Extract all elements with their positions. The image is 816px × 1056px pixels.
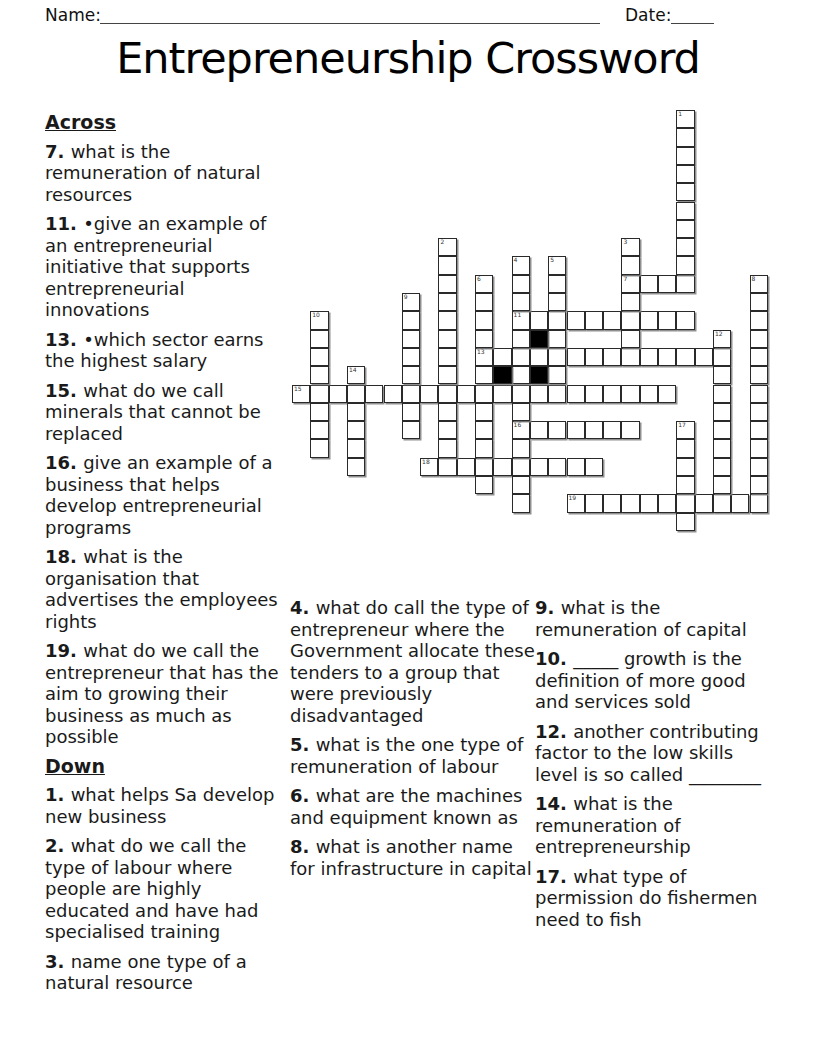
grid-cell[interactable] [457,458,475,476]
clue-text: what are the machines and equipment know… [290,785,522,828]
grid-cell[interactable] [347,458,365,476]
grid-cell[interactable] [621,256,639,274]
grid-cell[interactable] [750,330,768,348]
grid-cell[interactable] [548,421,566,439]
grid-cell[interactable] [750,494,768,512]
grid-cell[interactable]: 3 [621,238,639,256]
grid-cell[interactable] [475,476,493,494]
clue-across-19: 19. what do we call the entrepreneur tha… [45,640,285,748]
grid-cell[interactable] [530,348,548,366]
grid-cell[interactable] [640,494,658,512]
grid-cell[interactable] [329,385,347,403]
grid-cell[interactable] [438,256,456,274]
clue-text: what is the remuneration of natural reso… [45,141,261,205]
grid-cell[interactable] [640,275,658,293]
grid-cell[interactable] [621,293,639,311]
grid-cell[interactable] [493,458,511,476]
clue-text: what helps Sa develop new business [45,784,274,827]
worksheet-page: Name: Date: Entrepreneurship Crossword 7… [0,0,816,1056]
grid-cell[interactable] [713,439,731,457]
grid-cell[interactable]: 14 [347,366,365,384]
grid-cell[interactable] [750,421,768,439]
grid-cell[interactable]: 8 [750,275,768,293]
grid-cell[interactable] [402,311,420,329]
grid-cell[interactable] [438,385,456,403]
grid-cell[interactable] [676,165,694,183]
grid-cell[interactable]: 1 [676,110,694,128]
clue-down-14: 14. what is the remuneration of entrepre… [535,793,770,858]
clue-down-12: 12. another contributing factor to the l… [535,721,770,786]
grid-cell-black [493,366,511,384]
grid-cell[interactable] [347,385,365,403]
grid-cell[interactable] [530,311,548,329]
grid-cell[interactable] [457,385,475,403]
grid-cell[interactable] [603,311,621,329]
grid-cell[interactable] [676,439,694,457]
cell-number: 4 [514,256,518,264]
clue-down-3: 3. name one type of a natural resource [45,951,285,994]
clue-text: name one type of a natural resource [45,951,247,994]
clue-column-middle: 4. what do call the type of entrepreneur… [290,597,536,887]
cell-number: 14 [349,366,357,374]
grid-cell[interactable]: 16 [512,421,530,439]
clue-number: 12. [535,721,573,742]
clue-down-2: 2. what do we call the type of labour wh… [45,835,285,943]
grid-cell[interactable] [548,458,566,476]
grid-cell[interactable]: 11 [512,311,530,329]
grid-cell[interactable] [640,385,658,403]
grid-cell[interactable] [512,330,530,348]
clue-number: 16. [45,452,83,473]
cell-number: 9 [404,293,408,301]
grid-cell[interactable] [402,348,420,366]
grid-cell[interactable] [658,494,676,512]
clue-number: 17. [535,866,573,887]
grid-cell[interactable] [512,385,530,403]
clue-number: 2. [45,835,71,856]
clue-across-18: 18. what is the organisation that advert… [45,546,285,632]
cell-number: 19 [569,494,577,502]
clue-down-1: 1. what helps Sa develop new business [45,784,285,827]
grid-cell[interactable] [640,348,658,366]
clue-down-6: 6. what are the machines and equipment k… [290,785,536,828]
grid-cell[interactable] [310,366,328,384]
grid-cell[interactable] [658,348,676,366]
grid-cell[interactable] [676,256,694,274]
clue-across-11: 11. •give an example of an entrepreneuri… [45,213,285,321]
grid-cell[interactable] [530,458,548,476]
clue-column-left: Across7. what is the remuneration of nat… [45,110,285,1002]
grid-cell[interactable]: 15 [292,385,310,403]
grid-cell[interactable] [567,458,585,476]
grid-cell[interactable] [438,293,456,311]
grid-cell[interactable] [676,220,694,238]
clue-text: what do we call the type of labour where… [45,835,258,942]
grid-cell[interactable] [750,311,768,329]
grid-cell[interactable] [548,293,566,311]
grid-cell[interactable] [475,311,493,329]
grid-cell[interactable] [676,275,694,293]
grid-cell[interactable] [585,458,603,476]
grid-cell[interactable] [438,311,456,329]
grid-cell[interactable] [713,476,731,494]
grid-cell[interactable] [658,275,676,293]
grid-cell[interactable] [676,147,694,165]
grid-cell[interactable] [475,458,493,476]
grid-cell[interactable] [438,439,456,457]
cell-number: 17 [678,421,686,429]
cell-number: 16 [514,421,522,429]
grid-cell[interactable] [603,421,621,439]
grid-cell[interactable] [750,476,768,494]
grid-cell[interactable] [548,348,566,366]
grid-cell[interactable] [585,494,603,512]
grid-cell[interactable] [676,202,694,220]
clue-number: 18. [45,546,83,567]
grid-cell[interactable]: 10 [310,311,328,329]
clue-down-10: 10. _____ growth is the definition of mo… [535,648,770,713]
grid-cell[interactable] [512,494,530,512]
grid-cell[interactable]: 7 [621,275,639,293]
grid-cell[interactable] [548,311,566,329]
grid-cell[interactable] [438,421,456,439]
clue-number: 6. [290,785,316,806]
grid-cell[interactable] [402,403,420,421]
grid-cell[interactable] [750,385,768,403]
grid-cell[interactable] [402,385,420,403]
date-underline [671,5,714,24]
name-underline [100,5,600,24]
grid-cell[interactable] [695,348,713,366]
cell-number: 5 [550,256,554,264]
clue-across-13: 13. •which sector earns the highest sala… [45,329,285,372]
grid-cell[interactable] [750,439,768,457]
grid-cell[interactable] [438,403,456,421]
grid-cell[interactable] [512,458,530,476]
cell-number: 6 [477,275,481,283]
cell-number: 10 [312,311,320,319]
clue-number: 8. [290,836,316,857]
clue-across-15: 15. what do we call minerals that cannot… [45,380,285,445]
clue-across-7: 7. what is the remuneration of natural r… [45,141,285,206]
page-title: Entrepreneurship Crossword [0,33,816,83]
grid-cell[interactable] [310,421,328,439]
clue-across-16: 16. give an example of a business that h… [45,452,285,538]
grid-cell[interactable] [621,494,639,512]
grid-cell[interactable] [750,293,768,311]
grid-cell[interactable] [493,348,511,366]
cell-number: 11 [514,311,522,319]
grid-cell[interactable]: 2 [438,238,456,256]
grid-cell[interactable]: 12 [713,330,731,348]
grid-cell[interactable] [438,458,456,476]
grid-cell[interactable] [438,366,456,384]
grid-cell[interactable] [512,439,530,457]
grid-cell[interactable] [621,385,639,403]
clue-number: 10. [535,648,573,669]
grid-cell[interactable] [438,348,456,366]
clue-number: 19. [45,640,83,661]
grid-cell[interactable] [621,311,639,329]
across-heading: Across [45,112,285,134]
grid-cell[interactable] [475,330,493,348]
grid-cell[interactable] [310,330,328,348]
grid-cell[interactable] [585,421,603,439]
grid-cell[interactable] [310,403,328,421]
clue-column-right: 9. what is the remuneration of capital10… [535,597,770,938]
grid-cell[interactable] [512,293,530,311]
grid-cell[interactable] [530,385,548,403]
cell-number: 8 [752,275,756,283]
clue-down-9: 9. what is the remuneration of capital [535,597,770,640]
grid-cell[interactable] [512,366,530,384]
clue-number: 3. [45,951,71,972]
grid-cell[interactable]: 6 [475,275,493,293]
grid-cell[interactable] [713,366,731,384]
grid-cell[interactable] [365,385,383,403]
grid-cell[interactable] [713,403,731,421]
grid-cell[interactable] [567,348,585,366]
grid-cell[interactable] [512,476,530,494]
grid-cell[interactable] [402,366,420,384]
clue-number: 13. [45,329,83,350]
clue-number: 4. [290,597,316,618]
grid-cell[interactable] [750,366,768,384]
grid-cell[interactable] [676,513,694,531]
grid-cell[interactable] [475,421,493,439]
clue-number: 11. [45,213,83,234]
grid-cell[interactable] [713,348,731,366]
clue-text: what is the remuneration of capital [535,597,747,640]
grid-cell[interactable] [585,385,603,403]
grid-cell[interactable] [621,348,639,366]
grid-cell[interactable]: 13 [475,348,493,366]
clue-text: what is the one type of remuneration of … [290,734,523,777]
clue-number: 15. [45,380,83,401]
grid-cell[interactable] [347,403,365,421]
grid-cell[interactable] [530,421,548,439]
grid-cell[interactable] [676,348,694,366]
grid-cell[interactable] [750,458,768,476]
grid-cell[interactable] [493,385,511,403]
clue-number: 5. [290,734,316,755]
grid-cell[interactable] [676,183,694,201]
cell-number: 1 [678,110,682,118]
grid-cell[interactable] [475,385,493,403]
grid-cell[interactable] [713,458,731,476]
grid-cell-black [530,330,548,348]
grid-cell[interactable] [438,275,456,293]
grid-cell[interactable] [310,385,328,403]
grid-cell[interactable] [621,330,639,348]
grid-cell[interactable] [676,494,694,512]
grid-cell[interactable] [310,439,328,457]
crossword-grid: 71113151618191234568910121417 [292,110,768,531]
grid-cell[interactable] [695,494,713,512]
grid-cell[interactable] [676,238,694,256]
grid-cell[interactable] [640,311,658,329]
grid-cell[interactable]: 5 [548,256,566,274]
grid-cell[interactable]: 17 [676,421,694,439]
grid-cell[interactable] [512,275,530,293]
clue-down-17: 17. what type of permission do fishermen… [535,866,770,931]
grid-cell[interactable] [676,128,694,146]
grid-cell[interactable] [713,494,731,512]
grid-cell[interactable]: 9 [402,293,420,311]
grid-cell[interactable] [658,385,676,403]
grid-cell[interactable] [567,421,585,439]
grid-cell[interactable] [402,421,420,439]
grid-cell[interactable] [750,403,768,421]
grid-cell[interactable]: 18 [420,458,438,476]
cell-number: 7 [623,275,627,283]
grid-cell[interactable] [438,330,456,348]
grid-cell[interactable] [713,421,731,439]
grid-cell[interactable] [713,385,731,403]
grid-cell[interactable] [676,311,694,329]
grid-cell[interactable] [512,348,530,366]
grid-cell[interactable]: 19 [567,494,585,512]
grid-cell[interactable] [603,494,621,512]
clue-down-4: 4. what do call the type of entrepreneur… [290,597,536,726]
grid-cell[interactable] [676,476,694,494]
clue-number: 7. [45,141,71,162]
grid-cell[interactable] [567,311,585,329]
clue-down-5: 5. what is the one type of remuneration … [290,734,536,777]
cell-number: 12 [715,330,723,338]
grid-cell[interactable] [621,421,639,439]
grid-cell[interactable] [347,439,365,457]
clue-number: 9. [535,597,561,618]
cell-number: 13 [477,348,485,356]
grid-cell[interactable] [548,330,566,348]
down-heading: Down [45,756,285,778]
clue-text: what do call the type of entrepreneur wh… [290,597,535,726]
grid-cell[interactable] [548,275,566,293]
cell-number: 15 [294,385,302,393]
date-field-label: Date: [625,5,671,25]
clue-text: what is another name for infrastructure … [290,836,532,879]
clue-number: 14. [535,793,573,814]
cell-number: 3 [623,238,627,246]
grid-cell[interactable] [603,385,621,403]
grid-cell[interactable] [475,403,493,421]
grid-cell[interactable] [512,403,530,421]
grid-cell[interactable] [603,348,621,366]
grid-cell[interactable] [420,385,438,403]
grid-cell[interactable] [585,348,603,366]
grid-cell[interactable] [567,385,585,403]
grid-cell[interactable] [310,348,328,366]
grid-cell-black [530,366,548,384]
grid-cell[interactable] [676,458,694,476]
grid-cell[interactable] [347,421,365,439]
cell-number: 2 [440,238,444,246]
grid-cell[interactable] [402,330,420,348]
clue-down-8: 8. what is another name for infrastructu… [290,836,536,879]
grid-cell[interactable] [750,348,768,366]
grid-cell[interactable] [384,385,402,403]
name-field-label: Name: [45,5,101,25]
grid-cell[interactable] [731,494,749,512]
grid-cell[interactable] [475,293,493,311]
grid-cell[interactable] [475,366,493,384]
clue-number: 1. [45,784,71,805]
grid-cell[interactable] [548,385,566,403]
grid-cell[interactable] [548,366,566,384]
cell-number: 18 [422,458,430,466]
grid-cell[interactable]: 4 [512,256,530,274]
grid-cell[interactable] [585,311,603,329]
grid-cell[interactable] [475,439,493,457]
grid-cell[interactable] [658,311,676,329]
